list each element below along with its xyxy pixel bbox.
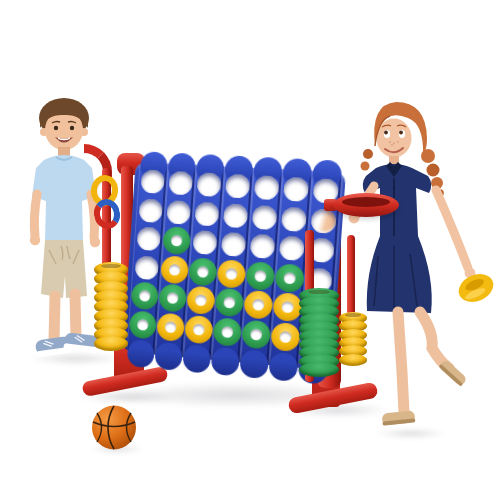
left-yellow-ring-stack <box>94 262 128 357</box>
empty-hole <box>253 175 279 200</box>
empty-hole <box>168 171 193 195</box>
yellow-ring-piece <box>186 286 215 316</box>
empty-hole <box>310 208 336 233</box>
board-cell-c4-r6 <box>211 316 242 348</box>
board-cell-c2-r1 <box>165 168 195 199</box>
empty-hole <box>220 232 245 257</box>
board-cell-c1-r6 <box>128 309 158 340</box>
board-scallop <box>239 349 269 379</box>
board-scallop <box>210 347 240 377</box>
board-cell-c2-r4 <box>159 254 189 285</box>
board-scallop <box>182 344 211 374</box>
board-cell-c6-r2 <box>278 203 310 235</box>
green-ring-piece <box>158 284 187 313</box>
board-cell-c3-r2 <box>191 198 222 229</box>
board-cell-c2-r3 <box>161 225 191 256</box>
board-cell-c6-r1 <box>280 173 312 205</box>
green-ring-piece <box>162 226 191 255</box>
empty-hole <box>278 236 304 261</box>
board-cell-c3-r5 <box>185 285 215 317</box>
board-cell-c3-r1 <box>193 169 224 200</box>
board-cell-c1-r1 <box>137 166 167 197</box>
stack-top-hole <box>308 290 330 295</box>
board-cell-c5-r6 <box>240 318 271 350</box>
empty-hole <box>196 172 221 197</box>
board-cell-c3-r6 <box>183 314 213 346</box>
green-ring-piece <box>241 319 271 349</box>
yellow-ring-piece <box>270 322 300 352</box>
boy-figure <box>18 90 106 372</box>
board-cell-c4-r4 <box>216 258 247 290</box>
empty-hole <box>166 200 191 225</box>
empty-hole <box>140 169 164 193</box>
empty-hole <box>194 201 219 226</box>
green-ring-stack <box>299 288 339 383</box>
board-cell-c1-r3 <box>133 224 163 255</box>
empty-hole <box>251 205 277 230</box>
board-cell-c1-r4 <box>131 252 161 283</box>
board-cell-c2-r2 <box>163 196 193 227</box>
stacked-ring-green <box>299 362 339 377</box>
stack-top-hole <box>345 313 361 317</box>
board-cell-c6-r6 <box>269 321 301 353</box>
hoop-opening <box>342 197 390 207</box>
board-cell-c1-r5 <box>129 281 159 312</box>
empty-hole <box>134 255 158 280</box>
empty-hole <box>224 174 249 199</box>
yellow-ring-piece <box>156 312 185 341</box>
right-yellow-ring-stack <box>339 312 367 370</box>
board-cell-c5-r5 <box>242 289 273 321</box>
green-ring-piece <box>214 288 244 318</box>
green-ring-piece <box>128 310 157 339</box>
yellow-ring-piece <box>216 259 246 289</box>
stack-top-hole <box>101 264 120 269</box>
empty-hole <box>280 206 306 231</box>
yellow-ring-piece <box>184 315 213 345</box>
girl-figure <box>338 96 496 442</box>
empty-hole <box>192 230 217 255</box>
basketball <box>91 405 137 450</box>
board-cell-c5-r1 <box>251 172 282 203</box>
board-cell-c4-r2 <box>220 200 251 231</box>
scene <box>0 0 500 500</box>
basketball-hoop <box>333 193 399 217</box>
board-scallop <box>268 352 298 382</box>
board-cell-c4-r3 <box>218 229 249 261</box>
board-cell-c3-r3 <box>189 227 219 258</box>
board-cell-c5-r4 <box>244 260 275 292</box>
board-cell-c4-r5 <box>214 287 245 319</box>
empty-hole <box>222 203 247 228</box>
board-cell-c2-r6 <box>155 311 185 343</box>
green-ring-piece <box>130 282 159 311</box>
board-cell-c3-r4 <box>187 256 217 287</box>
board-cell-c1-r2 <box>135 195 165 226</box>
stacked-ring-yellow <box>94 336 128 351</box>
empty-hole <box>283 177 309 202</box>
empty-hole <box>136 227 160 252</box>
empty-hole <box>138 198 162 222</box>
yellow-ring-piece <box>160 255 189 284</box>
green-ring-piece <box>245 261 275 291</box>
board-cell-c5-r2 <box>248 201 279 233</box>
board-cell-c5-r3 <box>246 231 277 263</box>
board-cell-c4-r1 <box>222 171 253 202</box>
green-ring-piece <box>188 257 217 286</box>
board-cell-c2-r5 <box>157 283 187 314</box>
right-ring-post-back <box>347 235 355 321</box>
yellow-ring-piece <box>243 290 273 320</box>
stacked-ring-yellow <box>339 354 367 366</box>
yellow-ring-piece <box>272 292 302 322</box>
green-ring-piece <box>212 317 242 347</box>
empty-hole <box>249 234 275 259</box>
board-cell-c6-r3 <box>276 232 308 264</box>
